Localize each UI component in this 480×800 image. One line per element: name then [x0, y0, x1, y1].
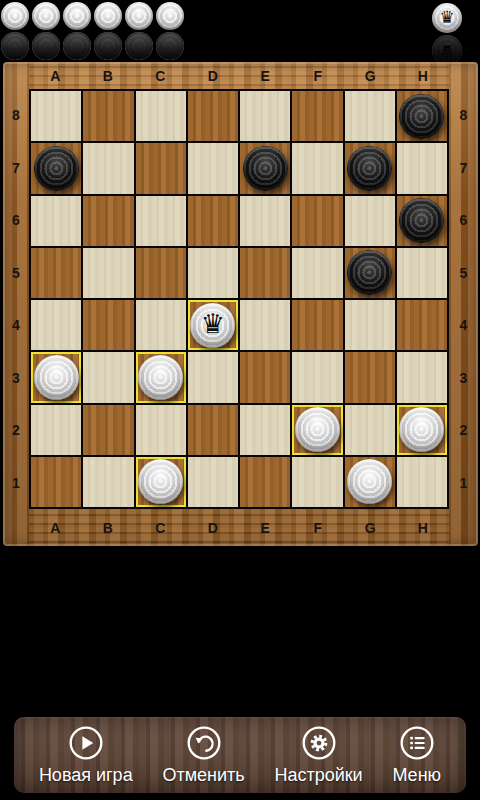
rank-label: 5 [3, 247, 29, 300]
square-d6[interactable] [188, 196, 238, 246]
square-f1[interactable] [292, 457, 342, 507]
piece-reflection [63, 32, 91, 60]
rank-label: 8 [449, 89, 478, 142]
undo-button[interactable]: Отменить [162, 725, 244, 786]
square-g5[interactable] [345, 248, 395, 298]
square-h6[interactable] [397, 196, 447, 246]
square-f2[interactable] [292, 405, 342, 455]
white-man-piece[interactable] [399, 407, 444, 452]
white-man-piece [125, 2, 153, 30]
rank-label: 7 [3, 142, 29, 195]
square-b1[interactable] [83, 457, 133, 507]
square-b5[interactable] [83, 248, 133, 298]
black-man-piece[interactable] [34, 146, 79, 191]
captured-white-piece [125, 2, 153, 60]
file-label: H [397, 509, 450, 546]
square-h5[interactable] [397, 248, 447, 298]
captured-white-piece [1, 2, 29, 60]
file-label: F [292, 62, 345, 89]
white-man-piece [32, 2, 60, 30]
board-squares: ♛ [29, 89, 449, 509]
square-g8[interactable] [345, 91, 395, 141]
square-d1[interactable] [188, 457, 238, 507]
square-d4[interactable]: ♛ [188, 300, 238, 350]
square-c8[interactable] [136, 91, 186, 141]
menu-label: Меню [392, 765, 441, 786]
file-labels-bottom: ABCDEFGH [29, 509, 449, 546]
square-f6[interactable] [292, 196, 342, 246]
king-crown: ♛ [201, 310, 225, 337]
square-b2[interactable] [83, 405, 133, 455]
square-h1[interactable] [397, 457, 447, 507]
square-b7[interactable] [83, 143, 133, 193]
gear-icon [301, 725, 337, 761]
square-h8[interactable] [397, 91, 447, 141]
file-labels-top: ABCDEFGH [29, 62, 449, 89]
square-a6[interactable] [31, 196, 81, 246]
rank-label: 3 [449, 352, 478, 405]
file-label: E [239, 62, 292, 89]
file-label: C [134, 62, 187, 89]
settings-label: Настройки [274, 765, 362, 786]
app-screen: { "game": "checkers", "position": { "fen… [0, 0, 480, 800]
white-man-piece[interactable] [295, 407, 340, 452]
new-game-button[interactable]: Новая игра [39, 725, 133, 786]
square-b8[interactable] [83, 91, 133, 141]
file-label: B [82, 62, 135, 89]
square-b4[interactable] [83, 300, 133, 350]
square-d7[interactable] [188, 143, 238, 193]
play-icon [68, 725, 104, 761]
captured-white-piece [156, 2, 184, 60]
undo-icon [186, 725, 222, 761]
square-d2[interactable] [188, 405, 238, 455]
square-a2[interactable] [31, 405, 81, 455]
rank-label: 6 [449, 194, 478, 247]
white-man-piece [63, 2, 91, 30]
file-label: F [292, 509, 345, 546]
white-man-piece[interactable] [138, 459, 183, 504]
square-g6[interactable] [345, 196, 395, 246]
square-c1[interactable] [136, 457, 186, 507]
square-e4[interactable] [240, 300, 290, 350]
king-crown: ♛ [439, 9, 454, 26]
file-label: G [344, 509, 397, 546]
square-a3[interactable] [31, 352, 81, 402]
square-a4[interactable] [31, 300, 81, 350]
square-d5[interactable] [188, 248, 238, 298]
square-c4[interactable] [136, 300, 186, 350]
rank-label: 2 [3, 404, 29, 457]
square-c6[interactable] [136, 196, 186, 246]
square-g3[interactable] [345, 352, 395, 402]
square-g2[interactable] [345, 405, 395, 455]
undo-label: Отменить [162, 765, 244, 786]
captured-white-piece [94, 2, 122, 60]
rank-label: 7 [449, 142, 478, 195]
square-h3[interactable] [397, 352, 447, 402]
captured-white-piece [63, 2, 91, 60]
rank-label: 2 [449, 404, 478, 457]
piece-reflection: ♛ [432, 35, 462, 65]
square-b6[interactable] [83, 196, 133, 246]
file-label: D [187, 509, 240, 546]
black-man-piece[interactable] [243, 146, 288, 191]
square-a5[interactable] [31, 248, 81, 298]
rank-labels-right: 87654321 [449, 89, 478, 509]
square-g7[interactable] [345, 143, 395, 193]
rank-label: 6 [3, 194, 29, 247]
square-d8[interactable] [188, 91, 238, 141]
square-f7[interactable] [292, 143, 342, 193]
square-e6[interactable] [240, 196, 290, 246]
white-man-piece [94, 2, 122, 30]
piece-reflection [156, 32, 184, 60]
square-c5[interactable] [136, 248, 186, 298]
square-f4[interactable] [292, 300, 342, 350]
king-crown: ♛ [439, 42, 454, 59]
square-g1[interactable] [345, 457, 395, 507]
white-man-piece[interactable] [347, 459, 392, 504]
square-e3[interactable] [240, 352, 290, 402]
black-man-piece[interactable] [347, 250, 392, 295]
white-man-piece [1, 2, 29, 30]
file-label: E [239, 509, 292, 546]
square-d3[interactable] [188, 352, 238, 402]
square-c2[interactable] [136, 405, 186, 455]
tray-white-king: ♛♛ [432, 3, 462, 65]
square-f3[interactable] [292, 352, 342, 402]
square-c3[interactable] [136, 352, 186, 402]
captured-white-piece [32, 2, 60, 60]
bottom-toolbar: Новая игра Отменить Настройки Меню [14, 717, 466, 793]
rank-label: 3 [3, 352, 29, 405]
white-king-piece: ♛ [432, 3, 462, 33]
rank-label: 5 [449, 247, 478, 300]
square-e5[interactable] [240, 248, 290, 298]
new-game-label: Новая игра [39, 765, 133, 786]
black-man-piece[interactable] [399, 94, 444, 139]
square-f8[interactable] [292, 91, 342, 141]
square-e1[interactable] [240, 457, 290, 507]
captured-pieces-tray [1, 2, 184, 60]
square-c7[interactable] [136, 143, 186, 193]
rank-label: 1 [449, 457, 478, 510]
checkers-board: ABCDEFGH ABCDEFGH 87654321 87654321 ♛ [3, 62, 478, 546]
menu-button[interactable]: Меню [392, 725, 441, 786]
square-e8[interactable] [240, 91, 290, 141]
rank-label: 1 [3, 457, 29, 510]
square-e7[interactable] [240, 143, 290, 193]
rank-label: 8 [3, 89, 29, 142]
menu-list-icon [399, 725, 435, 761]
settings-button[interactable]: Настройки [274, 725, 362, 786]
square-a8[interactable] [31, 91, 81, 141]
rank-labels-left: 87654321 [3, 89, 29, 509]
file-label: G [344, 62, 397, 89]
piece-reflection [94, 32, 122, 60]
file-label: A [29, 62, 82, 89]
piece-reflection [1, 32, 29, 60]
white-man-piece[interactable] [138, 355, 183, 400]
rank-label: 4 [3, 299, 29, 352]
square-f5[interactable] [292, 248, 342, 298]
square-b3[interactable] [83, 352, 133, 402]
square-a1[interactable] [31, 457, 81, 507]
black-man-piece[interactable] [347, 146, 392, 191]
white-man-piece [156, 2, 184, 30]
piece-reflection [32, 32, 60, 60]
black-man-piece[interactable] [399, 198, 444, 243]
square-e2[interactable] [240, 405, 290, 455]
square-h7[interactable] [397, 143, 447, 193]
white-man-piece[interactable] [34, 355, 79, 400]
square-h2[interactable] [397, 405, 447, 455]
file-label: H [397, 62, 450, 89]
square-h4[interactable] [397, 300, 447, 350]
file-label: B [82, 509, 135, 546]
white-king-piece[interactable]: ♛ [190, 303, 235, 348]
square-g4[interactable] [345, 300, 395, 350]
file-label: C [134, 509, 187, 546]
file-label: A [29, 509, 82, 546]
rank-label: 4 [449, 299, 478, 352]
piece-reflection [125, 32, 153, 60]
file-label: D [187, 62, 240, 89]
square-a7[interactable] [31, 143, 81, 193]
